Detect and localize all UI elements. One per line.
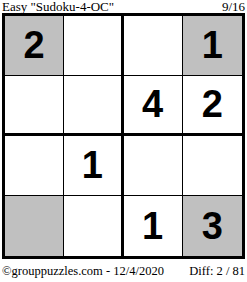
difficulty-label: Diff: 2 / 81 — [189, 263, 245, 279]
cell-r3c1[interactable] — [5, 136, 64, 196]
puzzle-footer: ©grouppuzzles.com - 12/4/2020 Diff: 2 / … — [2, 263, 245, 279]
cell-r4c3: 1 — [124, 196, 183, 256]
cell-r2c2[interactable] — [64, 76, 123, 136]
cell-r4c1[interactable] — [5, 196, 64, 256]
cell-r2c3: 4 — [124, 76, 183, 136]
cell-r1c4: 1 — [183, 16, 242, 76]
cell-r1c2[interactable] — [64, 16, 123, 76]
copyright-date: ©grouppuzzles.com - 12/4/2020 — [2, 263, 164, 279]
puzzle-header: Easy "Sudoku-4-OC" 9/16 — [2, 0, 245, 13]
cell-r3c3[interactable] — [124, 136, 183, 196]
cell-r4c4: 3 — [183, 196, 242, 256]
cell-r2c1[interactable] — [5, 76, 64, 136]
sudoku-board: 2142113 — [2, 13, 245, 259]
cell-r3c4[interactable] — [183, 136, 242, 196]
puzzle-page: Easy "Sudoku-4-OC" 9/16 2142113 ©grouppu… — [0, 0, 247, 282]
empty-cell-counter: 9/16 — [222, 0, 245, 13]
cell-r1c1: 2 — [5, 16, 64, 76]
puzzle-title: Easy "Sudoku-4-OC" — [2, 0, 114, 13]
cell-r3c2: 1 — [64, 136, 123, 196]
cell-r4c2[interactable] — [64, 196, 123, 256]
cell-r1c3[interactable] — [124, 16, 183, 76]
cell-r2c4: 2 — [183, 76, 242, 136]
